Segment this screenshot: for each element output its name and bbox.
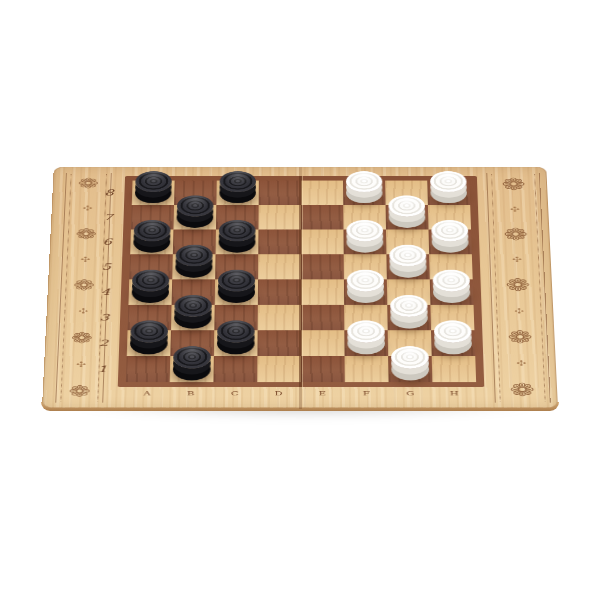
file-label-a: A <box>125 390 169 400</box>
file-label-h: H <box>433 390 477 400</box>
square-g5[interactable] <box>386 254 429 279</box>
file-label-f: F <box>345 390 389 400</box>
square-e4[interactable] <box>301 279 344 304</box>
white-piece-g7[interactable] <box>388 195 425 216</box>
square-d7[interactable] <box>258 205 301 230</box>
white-piece-g3[interactable] <box>390 295 428 317</box>
black-piece-a6[interactable] <box>133 220 170 241</box>
black-piece-b3[interactable] <box>174 295 212 317</box>
file-label-c: C <box>213 390 257 400</box>
white-piece-f2[interactable] <box>347 320 385 342</box>
rank-label-8: 8 <box>95 181 123 205</box>
square-h2[interactable] <box>431 330 475 356</box>
black-piece-c8[interactable] <box>219 171 256 192</box>
file-label-g: G <box>389 390 433 400</box>
checkers-board: ❁✣❁✣❁✣❁✣❁ ❁✣❁✣❁✣❁✣❁ 87654321 ABCDEFGH <box>42 167 558 408</box>
square-g3[interactable] <box>387 305 431 331</box>
square-f1[interactable] <box>345 356 389 382</box>
product-photo-scene: ❁✣❁✣❁✣❁✣❁ ❁✣❁✣❁✣❁✣❁ 87654321 ABCDEFGH <box>0 0 600 600</box>
square-h6[interactable] <box>428 229 471 254</box>
square-a2[interactable] <box>127 330 171 356</box>
rank-label-4: 4 <box>91 279 119 304</box>
square-f4[interactable] <box>344 279 387 304</box>
white-piece-h2[interactable] <box>434 320 472 342</box>
black-piece-b5[interactable] <box>175 245 212 267</box>
square-e7[interactable] <box>301 205 344 230</box>
white-piece-h8[interactable] <box>430 171 467 192</box>
file-label-e: E <box>301 390 345 400</box>
square-f2[interactable] <box>344 330 388 356</box>
square-b3[interactable] <box>171 305 215 331</box>
square-c2[interactable] <box>214 330 258 356</box>
white-piece-f4[interactable] <box>347 270 384 292</box>
square-c8[interactable] <box>216 181 259 205</box>
square-d1[interactable] <box>257 356 301 382</box>
white-piece-h6[interactable] <box>431 220 468 241</box>
fold-hinge-line <box>299 167 302 408</box>
square-d4[interactable] <box>258 279 301 304</box>
black-piece-b7[interactable] <box>177 195 214 216</box>
square-e3[interactable] <box>301 305 344 331</box>
black-piece-a2[interactable] <box>130 320 168 342</box>
white-piece-g1[interactable] <box>391 346 429 368</box>
white-piece-h4[interactable] <box>432 270 470 292</box>
square-c6[interactable] <box>216 229 259 254</box>
square-h1[interactable] <box>432 356 476 382</box>
square-g7[interactable] <box>386 205 429 230</box>
ornament-divider-icon: ✣ <box>512 256 522 263</box>
square-h4[interactable] <box>430 279 474 304</box>
ornament-divider-icon: ✣ <box>510 206 520 213</box>
white-piece-f6[interactable] <box>346 220 383 241</box>
square-a1[interactable] <box>126 356 170 382</box>
black-piece-c2[interactable] <box>217 320 255 342</box>
ornament-medallion-icon: ❁ <box>507 328 533 346</box>
square-d6[interactable] <box>258 229 301 254</box>
square-b7[interactable] <box>173 205 216 230</box>
square-h8[interactable] <box>427 181 470 205</box>
square-f8[interactable] <box>343 181 386 205</box>
square-e6[interactable] <box>301 229 344 254</box>
white-piece-g5[interactable] <box>389 245 426 267</box>
square-g1[interactable] <box>388 356 432 382</box>
square-e5[interactable] <box>301 254 344 279</box>
square-a4[interactable] <box>128 279 172 304</box>
ornament-medallion-icon: ❁ <box>505 277 530 294</box>
black-piece-a8[interactable] <box>135 171 172 192</box>
rank-label-7: 7 <box>94 205 122 230</box>
square-d8[interactable] <box>259 181 301 205</box>
rank-label-6: 6 <box>93 229 121 254</box>
ornament-divider-icon: ✣ <box>80 256 90 263</box>
rank-label-2: 2 <box>89 330 118 356</box>
rank-label-3: 3 <box>90 305 118 331</box>
square-b5[interactable] <box>172 254 215 279</box>
square-a8[interactable] <box>132 181 175 205</box>
ornament-divider-icon: ✣ <box>514 307 524 314</box>
black-piece-b1[interactable] <box>173 346 211 368</box>
square-b1[interactable] <box>170 356 214 382</box>
square-d5[interactable] <box>258 254 301 279</box>
ornament-medallion-icon: ❁ <box>501 176 526 193</box>
board-wood-surface: ❁✣❁✣❁✣❁✣❁ ❁✣❁✣❁✣❁✣❁ 87654321 ABCDEFGH <box>42 167 558 408</box>
rank-label-1: 1 <box>88 356 117 382</box>
ornament-divider-icon: ✣ <box>82 205 92 212</box>
file-label-b: B <box>169 390 213 400</box>
ornament-divider-icon: ✣ <box>76 361 86 368</box>
white-piece-f8[interactable] <box>346 171 383 192</box>
ornament-divider-icon: ✣ <box>78 308 88 315</box>
black-piece-c6[interactable] <box>219 220 256 241</box>
black-piece-c4[interactable] <box>218 270 255 292</box>
square-c1[interactable] <box>213 356 257 382</box>
right-ornament-strip: ❁✣❁✣❁✣❁✣❁ <box>486 173 550 403</box>
black-piece-a4[interactable] <box>132 270 170 292</box>
square-c4[interactable] <box>215 279 258 304</box>
rank-label-5: 5 <box>92 254 120 279</box>
ornament-medallion-icon: ❁ <box>503 226 528 243</box>
square-f6[interactable] <box>343 229 386 254</box>
square-e8[interactable] <box>301 181 343 205</box>
square-a6[interactable] <box>130 229 173 254</box>
square-e2[interactable] <box>301 330 345 356</box>
square-e1[interactable] <box>301 356 345 382</box>
square-d3[interactable] <box>258 305 301 331</box>
square-d2[interactable] <box>257 330 301 356</box>
ornament-divider-icon: ✣ <box>516 360 526 367</box>
file-label-d: D <box>257 390 301 400</box>
